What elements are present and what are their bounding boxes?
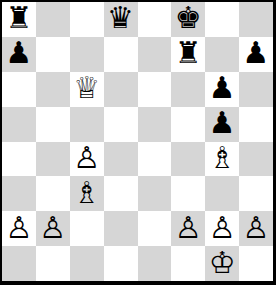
square-e6[interactable] xyxy=(138,72,172,107)
square-f2[interactable]: ♙ xyxy=(171,211,205,246)
square-g8[interactable] xyxy=(205,2,239,37)
square-b7[interactable] xyxy=(36,37,70,72)
piece-white-king[interactable]: ♔ xyxy=(209,248,236,278)
square-d8[interactable]: ♛ xyxy=(104,2,138,37)
square-e5[interactable] xyxy=(138,107,172,142)
square-b2[interactable]: ♙ xyxy=(36,211,70,246)
square-h6[interactable] xyxy=(239,72,273,107)
square-g4[interactable]: ♗ xyxy=(205,142,239,177)
square-f4[interactable] xyxy=(171,142,205,177)
piece-white-pawn[interactable]: ♙ xyxy=(73,143,100,173)
piece-black-pawn[interactable]: ♟ xyxy=(209,108,236,138)
square-f3[interactable] xyxy=(171,176,205,211)
square-a7[interactable]: ♟ xyxy=(2,37,36,72)
square-b4[interactable] xyxy=(36,142,70,177)
piece-black-king[interactable]: ♚ xyxy=(175,3,202,33)
square-c2[interactable] xyxy=(70,211,104,246)
piece-black-rook[interactable]: ♜ xyxy=(5,3,32,33)
piece-black-queen[interactable]: ♛ xyxy=(107,3,134,33)
square-h3[interactable] xyxy=(239,176,273,211)
square-e7[interactable] xyxy=(138,37,172,72)
piece-white-pawn[interactable]: ♙ xyxy=(5,213,32,243)
square-g1[interactable]: ♔ xyxy=(205,246,239,281)
square-g2[interactable]: ♙ xyxy=(205,211,239,246)
piece-white-pawn[interactable]: ♙ xyxy=(39,213,66,243)
square-h4[interactable] xyxy=(239,142,273,177)
piece-black-pawn[interactable]: ♟ xyxy=(209,73,236,103)
square-c7[interactable] xyxy=(70,37,104,72)
square-e3[interactable] xyxy=(138,176,172,211)
square-a6[interactable] xyxy=(2,72,36,107)
square-b3[interactable] xyxy=(36,176,70,211)
square-c8[interactable] xyxy=(70,2,104,37)
square-a8[interactable]: ♜ xyxy=(2,2,36,37)
square-g5[interactable]: ♟ xyxy=(205,107,239,142)
square-d4[interactable] xyxy=(104,142,138,177)
square-d1[interactable] xyxy=(104,246,138,281)
square-h8[interactable] xyxy=(239,2,273,37)
square-g7[interactable] xyxy=(205,37,239,72)
square-c4[interactable]: ♙ xyxy=(70,142,104,177)
square-a1[interactable] xyxy=(2,246,36,281)
piece-white-queen[interactable]: ♕ xyxy=(73,73,100,103)
square-a4[interactable] xyxy=(2,142,36,177)
square-c6[interactable]: ♕ xyxy=(70,72,104,107)
square-c3[interactable]: ♗ xyxy=(70,176,104,211)
piece-black-pawn[interactable]: ♟ xyxy=(243,38,270,68)
square-e8[interactable] xyxy=(138,2,172,37)
square-d2[interactable] xyxy=(104,211,138,246)
piece-black-rook[interactable]: ♜ xyxy=(175,38,202,68)
square-d6[interactable] xyxy=(104,72,138,107)
square-b8[interactable] xyxy=(36,2,70,37)
square-a5[interactable] xyxy=(2,107,36,142)
square-f7[interactable]: ♜ xyxy=(171,37,205,72)
square-f8[interactable]: ♚ xyxy=(171,2,205,37)
piece-white-pawn[interactable]: ♙ xyxy=(243,213,270,243)
square-h5[interactable] xyxy=(239,107,273,142)
square-e4[interactable] xyxy=(138,142,172,177)
square-f6[interactable] xyxy=(171,72,205,107)
piece-white-pawn[interactable]: ♙ xyxy=(175,213,202,243)
piece-white-bishop[interactable]: ♗ xyxy=(73,178,100,208)
square-b5[interactable] xyxy=(36,107,70,142)
square-f1[interactable] xyxy=(171,246,205,281)
square-b1[interactable] xyxy=(36,246,70,281)
square-g6[interactable]: ♟ xyxy=(205,72,239,107)
square-d3[interactable] xyxy=(104,176,138,211)
square-e1[interactable] xyxy=(138,246,172,281)
piece-white-bishop[interactable]: ♗ xyxy=(209,143,236,173)
piece-black-pawn[interactable]: ♟ xyxy=(5,38,32,68)
square-c1[interactable] xyxy=(70,246,104,281)
square-h2[interactable]: ♙ xyxy=(239,211,273,246)
square-e2[interactable] xyxy=(138,211,172,246)
square-h7[interactable]: ♟ xyxy=(239,37,273,72)
square-d5[interactable] xyxy=(104,107,138,142)
square-g3[interactable] xyxy=(205,176,239,211)
square-c5[interactable] xyxy=(70,107,104,142)
square-a2[interactable]: ♙ xyxy=(2,211,36,246)
square-a3[interactable] xyxy=(2,176,36,211)
piece-white-pawn[interactable]: ♙ xyxy=(209,213,236,243)
square-d7[interactable] xyxy=(104,37,138,72)
chess-diagram: ♜♛♚♟♜♟♕♟♟♙♗♗♙♙♙♙♙♔ xyxy=(0,0,276,285)
square-f5[interactable] xyxy=(171,107,205,142)
chess-board: ♜♛♚♟♜♟♕♟♟♙♗♗♙♙♙♙♙♔ xyxy=(2,2,273,281)
square-h1[interactable] xyxy=(239,246,273,281)
square-b6[interactable] xyxy=(36,72,70,107)
